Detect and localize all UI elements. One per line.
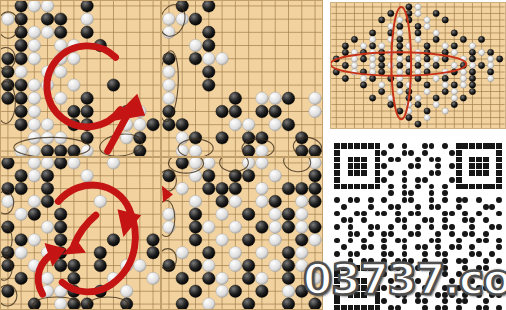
black-stone	[242, 259, 254, 271]
qr-finder-module	[361, 157, 367, 163]
white-stone	[442, 43, 448, 49]
black-stone	[242, 298, 254, 309]
qr-dot-module	[341, 217, 347, 223]
white-stone	[379, 82, 385, 88]
white-stone	[229, 247, 241, 259]
qr-dot-module	[449, 224, 455, 230]
white-stone	[442, 82, 448, 88]
black-stone	[176, 1, 188, 12]
black-stone	[424, 56, 430, 62]
qr-finder-module	[341, 305, 347, 310]
qr-dot-module	[462, 197, 468, 203]
qr-dot-module	[395, 238, 401, 244]
qr-dot-module	[435, 163, 441, 169]
black-stone	[203, 182, 215, 194]
go-board-photo-bottom-right	[161, 157, 323, 310]
qr-finder-module	[348, 143, 354, 149]
black-stone	[379, 56, 385, 62]
black-stone	[203, 26, 215, 38]
black-stone	[216, 195, 228, 207]
white-stone	[28, 92, 40, 104]
white-stone	[28, 145, 40, 156]
black-stone	[229, 182, 241, 194]
qr-dot-module	[462, 211, 468, 217]
qr-dot-module	[388, 231, 394, 237]
white-stone	[269, 234, 281, 246]
white-stone	[176, 182, 188, 194]
qr-dot-module	[435, 305, 441, 310]
qr-finder-module	[375, 170, 381, 176]
black-stone	[451, 43, 457, 49]
white-stone	[81, 13, 93, 25]
qr-finder-module	[334, 305, 340, 310]
white-stone	[216, 272, 228, 284]
black-stone	[397, 23, 403, 29]
white-stone	[94, 195, 106, 207]
white-stone	[28, 52, 40, 64]
qr-finder-module	[334, 157, 340, 163]
white-stone	[176, 247, 188, 259]
qr-dot-module	[422, 150, 428, 156]
qr-dot-module	[435, 231, 441, 237]
qr-dot-module	[361, 244, 367, 250]
qr-dot-module	[388, 184, 394, 190]
black-stone	[41, 170, 53, 182]
white-stone	[397, 17, 403, 23]
qr-finder-module	[375, 143, 381, 149]
qr-finder-module	[375, 150, 381, 156]
black-stone	[81, 92, 93, 104]
qr-finder-module	[456, 157, 462, 163]
qr-dot-module	[375, 224, 381, 230]
black-stone	[107, 79, 119, 91]
white-stone	[28, 158, 40, 169]
black-stone	[2, 52, 14, 64]
qr-dot-module	[334, 238, 340, 244]
white-stone	[203, 158, 215, 169]
qr-finder-module	[354, 305, 360, 310]
black-stone	[397, 43, 403, 49]
white-stone	[256, 195, 268, 207]
qr-dot-module	[402, 143, 408, 149]
black-stone	[369, 43, 375, 49]
qr-finder-module	[375, 177, 381, 183]
white-stone	[369, 62, 375, 68]
black-stone	[424, 43, 430, 49]
white-stone	[256, 272, 268, 284]
qr-finder-module	[375, 157, 381, 163]
white-stone	[203, 221, 215, 233]
qr-finder-module	[348, 305, 354, 310]
white-stone	[41, 26, 53, 38]
white-stone	[41, 1, 53, 12]
white-stone	[460, 75, 466, 81]
black-stone	[15, 105, 27, 117]
black-stone	[203, 247, 215, 259]
qr-dot-module	[435, 244, 441, 250]
qr-dot-module	[348, 238, 354, 244]
qr-finder-module	[462, 184, 468, 190]
qr-dot-module	[435, 170, 441, 176]
white-stone	[487, 75, 493, 81]
qr-dot-module	[415, 244, 421, 250]
black-stone	[342, 62, 348, 68]
black-stone	[229, 105, 241, 117]
go-board-photo-top-right	[161, 0, 323, 157]
black-stone	[460, 36, 466, 42]
qr-dot-module	[422, 217, 428, 223]
qr-finder-module	[489, 184, 495, 190]
white-stone	[282, 285, 294, 297]
white-stone	[134, 259, 146, 271]
qr-dot-module	[348, 197, 354, 203]
qr-dot-module	[496, 305, 502, 310]
go-board-top-left	[1, 1, 160, 156]
white-stone	[351, 62, 357, 68]
black-stone	[296, 182, 308, 194]
white-stone	[469, 62, 475, 68]
qr-dot-module	[388, 190, 394, 196]
white-stone	[120, 285, 132, 297]
qr-dot-module	[354, 231, 360, 237]
qr-dot-module	[429, 238, 435, 244]
white-stone	[256, 145, 268, 156]
qr-dot-module	[402, 224, 408, 230]
black-stone	[497, 56, 503, 62]
qr-dot-module	[368, 224, 374, 230]
qr-dot-module	[496, 238, 502, 244]
qr-dot-module	[442, 211, 448, 217]
qr-finder-module	[496, 157, 502, 163]
qr-dot-module	[381, 231, 387, 237]
qr-dot-module	[422, 143, 428, 149]
qr-dot-module	[415, 177, 421, 183]
qr-dot-module	[368, 231, 374, 237]
black-stone	[469, 75, 475, 81]
white-stone	[229, 118, 241, 130]
qr-finder-module	[368, 143, 374, 149]
white-stone	[15, 66, 27, 78]
white-stone	[296, 208, 308, 220]
white-stone	[369, 36, 375, 42]
qr-dot-module	[341, 204, 347, 210]
qr-dot-module	[496, 244, 502, 250]
white-stone	[68, 158, 80, 169]
black-stone	[379, 88, 385, 94]
white-stone	[415, 69, 421, 75]
black-stone	[68, 105, 80, 117]
black-stone	[189, 13, 201, 25]
qr-finder-module	[348, 163, 354, 169]
qr-dot-module	[381, 244, 387, 250]
go-board-photo-bottom-left	[0, 157, 161, 310]
qr-dot-module	[435, 157, 441, 163]
white-stone	[351, 56, 357, 62]
white-stone	[147, 272, 159, 284]
black-stone	[28, 208, 40, 220]
qr-dot-module	[476, 197, 482, 203]
white-stone	[397, 88, 403, 94]
qr-dot-module	[429, 157, 435, 163]
black-stone	[15, 170, 27, 182]
black-stone	[15, 79, 27, 91]
qr-dot-module	[402, 177, 408, 183]
white-stone	[68, 52, 80, 64]
white-stone	[433, 101, 439, 107]
qr-dot-module	[415, 163, 421, 169]
black-stone	[94, 247, 106, 259]
black-stone	[269, 195, 281, 207]
black-stone	[282, 118, 294, 130]
white-stone	[203, 259, 215, 271]
qr-finder-module	[456, 150, 462, 156]
qr-finder-module	[341, 143, 347, 149]
black-stone	[216, 105, 228, 117]
white-stone	[269, 221, 281, 233]
white-stone	[229, 195, 241, 207]
qr-finder-module	[469, 163, 475, 169]
black-stone	[379, 69, 385, 75]
black-stone	[15, 52, 27, 64]
board-grid-and-stones	[162, 1, 322, 156]
black-stone	[54, 208, 66, 220]
qr-dot-module	[456, 244, 462, 250]
black-stone	[229, 92, 241, 104]
white-stone	[163, 13, 175, 25]
qr-dot-module	[415, 231, 421, 237]
white-stone	[309, 92, 321, 104]
black-stone	[487, 49, 493, 55]
black-stone	[54, 234, 66, 246]
black-stone	[442, 75, 448, 81]
black-stone	[189, 234, 201, 246]
black-stone	[397, 62, 403, 68]
black-stone	[242, 234, 254, 246]
black-stone	[189, 208, 201, 220]
black-stone	[342, 43, 348, 49]
black-stone	[41, 182, 53, 194]
black-stone	[81, 132, 93, 144]
black-stone	[176, 298, 188, 309]
qr-finder-module	[368, 184, 374, 190]
black-stone	[134, 145, 146, 156]
go-strategy-collage: 03737.com	[0, 0, 506, 310]
qr-finder-module	[476, 184, 482, 190]
black-stone	[388, 101, 394, 107]
go-board-bottom-right	[162, 158, 322, 309]
qr-dot-module	[429, 170, 435, 176]
white-stone	[203, 298, 215, 309]
qr-dot-module	[381, 150, 387, 156]
black-stone	[256, 221, 268, 233]
black-stone	[424, 82, 430, 88]
qr-finder-module	[361, 170, 367, 176]
white-stone	[68, 79, 80, 91]
white-stone	[28, 234, 40, 246]
qr-dot-module	[442, 190, 448, 196]
qr-dot-module	[388, 305, 394, 310]
qr-dot-module	[415, 224, 421, 230]
black-stone	[176, 158, 188, 169]
black-stone	[203, 79, 215, 91]
black-stone	[54, 221, 66, 233]
black-stone	[203, 66, 215, 78]
qr-dot-module	[395, 204, 401, 210]
qr-dot-module	[381, 163, 387, 169]
white-stone	[460, 69, 466, 75]
qr-dot-module	[442, 217, 448, 223]
qr-finder-module	[469, 143, 475, 149]
black-stone	[282, 272, 294, 284]
white-stone	[269, 92, 281, 104]
qr-dot-module	[476, 211, 482, 217]
qr-dot-module	[368, 204, 374, 210]
white-stone	[296, 195, 308, 207]
white-stone	[54, 298, 66, 309]
qr-dot-module	[469, 244, 475, 250]
white-stone	[478, 49, 484, 55]
qr-finder-module	[483, 163, 489, 169]
qr-dot-module	[395, 305, 401, 310]
white-stone	[28, 105, 40, 117]
go-board-bottom-left	[1, 158, 160, 309]
white-stone	[81, 170, 93, 182]
white-stone	[433, 56, 439, 62]
qr-dot-module	[462, 217, 468, 223]
qr-dot-module	[429, 190, 435, 196]
black-stone	[242, 208, 254, 220]
black-stone	[469, 56, 475, 62]
qr-finder-module	[483, 157, 489, 163]
qr-finder-module	[476, 170, 482, 176]
white-stone	[415, 10, 421, 16]
qr-dot-module	[435, 238, 441, 244]
black-stone	[203, 272, 215, 284]
qr-dot-module	[395, 217, 401, 223]
white-stone	[41, 221, 53, 233]
qr-dot-module	[408, 211, 414, 217]
qr-finder-module	[354, 184, 360, 190]
qr-dot-module	[375, 211, 381, 217]
qr-finder-module	[334, 170, 340, 176]
black-stone	[41, 195, 53, 207]
black-stone	[81, 26, 93, 38]
black-stone	[15, 182, 27, 194]
black-stone	[163, 170, 175, 182]
qr-finder-module	[361, 184, 367, 190]
qr-dot-module	[348, 231, 354, 237]
qr-finder-module	[354, 170, 360, 176]
qr-dot-module	[435, 204, 441, 210]
black-stone	[2, 92, 14, 104]
qr-finder-module	[456, 170, 462, 176]
qr-dot-module	[449, 163, 455, 169]
black-stone	[176, 272, 188, 284]
white-stone	[309, 105, 321, 117]
qr-dot-module	[429, 143, 435, 149]
black-stone	[15, 1, 27, 12]
white-stone	[424, 88, 430, 94]
qr-dot-module	[415, 204, 421, 210]
qr-finder-module	[496, 177, 502, 183]
black-stone	[269, 105, 281, 117]
white-stone	[469, 43, 475, 49]
qr-dot-module	[442, 305, 448, 310]
qr-dot-module	[429, 224, 435, 230]
qr-dot-module	[422, 244, 428, 250]
white-stone	[424, 114, 430, 120]
black-stone	[379, 62, 385, 68]
black-stone	[282, 208, 294, 220]
black-stone	[15, 13, 27, 25]
qr-dot-module	[449, 244, 455, 250]
black-stone	[147, 118, 159, 130]
white-stone	[163, 66, 175, 78]
black-stone	[388, 10, 394, 16]
go-board-photo-top-left	[0, 0, 161, 157]
qr-finder-module	[361, 163, 367, 169]
white-stone	[451, 95, 457, 101]
black-stone	[94, 259, 106, 271]
black-stone	[2, 66, 14, 78]
qr-dot-module	[381, 211, 387, 217]
board-grid-and-stones	[162, 158, 322, 309]
white-stone	[424, 62, 430, 68]
qr-finder-module	[368, 305, 374, 310]
white-stone	[41, 272, 53, 284]
white-stone	[379, 43, 385, 49]
qr-dot-module	[489, 224, 495, 230]
white-stone	[296, 221, 308, 233]
qr-finder-module	[483, 170, 489, 176]
white-stone	[28, 1, 40, 12]
black-stone	[81, 1, 93, 12]
white-stone	[28, 26, 40, 38]
qr-dot-module	[456, 305, 462, 310]
white-stone	[216, 52, 228, 64]
qr-finder-module	[483, 184, 489, 190]
black-stone	[406, 4, 412, 10]
qr-dot-module	[402, 150, 408, 156]
white-stone	[54, 66, 66, 78]
black-stone	[451, 101, 457, 107]
qr-finder-module	[476, 163, 482, 169]
white-stone	[269, 208, 281, 220]
white-stone	[15, 247, 27, 259]
qr-dot-module	[381, 177, 387, 183]
qr-finder-module	[483, 143, 489, 149]
qr-dot-module	[469, 224, 475, 230]
black-stone	[342, 49, 348, 55]
white-stone	[269, 170, 281, 182]
black-stone	[41, 13, 53, 25]
qr-dot-module	[456, 238, 462, 244]
qr-dot-module	[408, 231, 414, 237]
white-stone	[81, 145, 93, 156]
white-stone	[269, 118, 281, 130]
black-stone	[433, 10, 439, 16]
qr-dot-module	[402, 170, 408, 176]
black-stone	[469, 69, 475, 75]
qr-dot-module	[368, 197, 374, 203]
white-stone	[216, 234, 228, 246]
black-stone	[433, 36, 439, 42]
black-stone	[256, 285, 268, 297]
black-stone	[369, 75, 375, 81]
white-stone	[107, 158, 119, 169]
white-stone	[460, 82, 466, 88]
black-stone	[282, 221, 294, 233]
